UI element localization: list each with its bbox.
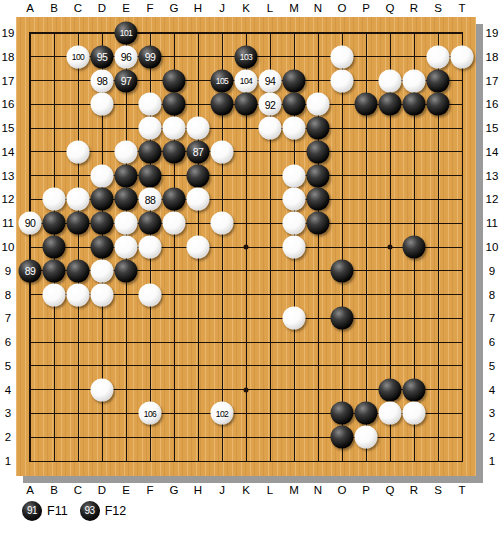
row-label-left-8: 8 [5,289,11,301]
col-label-bottom-B: B [50,484,58,496]
row-label-right-12: 12 [486,193,499,205]
go-kifu-diagram: 91F1193F12 AABBCCDDEEFFGGHHJJKKLLMMNNOOP… [0,0,500,537]
stone-S17 [427,69,450,92]
row-label-right-5: 5 [489,360,495,372]
col-label-bottom-A: A [26,484,34,496]
row-label-right-17: 17 [486,75,499,87]
stone-F11 [139,212,162,235]
row-label-right-16: 16 [486,98,499,110]
col-label-top-H: H [194,2,202,14]
move-number: 97 [121,75,132,86]
caption-move-number: 91 [27,506,37,516]
col-label-top-B: B [50,2,58,14]
stone-D13 [91,164,114,187]
row-label-right-18: 18 [486,51,499,63]
row-label-left-1: 1 [5,455,11,467]
stone-C11 [67,212,90,235]
col-label-top-C: C [74,2,82,14]
stone-M13 [283,164,306,187]
stone-O2 [331,426,354,449]
stone-P16 [355,93,378,116]
col-label-top-J: J [219,2,225,14]
row-label-left-7: 7 [5,312,11,324]
row-label-left-9: 9 [5,265,11,277]
col-label-bottom-N: N [314,484,322,496]
row-label-right-1: 1 [489,455,495,467]
move-number: 105 [216,76,229,85]
move-number: 90 [25,218,36,229]
col-label-top-K: K [242,2,250,14]
stone-C8 [67,283,90,306]
stone-F15 [139,117,162,140]
stone-D16 [91,93,114,116]
stone-E9 [115,259,138,282]
stone-G16 [163,93,186,116]
stone-M16 [283,93,306,116]
col-label-top-N: N [314,2,322,14]
col-label-bottom-M: M [289,484,299,496]
col-label-bottom-D: D [98,484,106,496]
stone-E19: 101 [115,22,138,45]
stone-F13 [139,164,162,187]
stone-G15 [163,117,186,140]
row-label-left-13: 13 [2,170,15,182]
stone-O3 [331,402,354,425]
col-label-top-M: M [289,2,299,14]
stone-J17: 105 [211,69,234,92]
stone-H10 [187,236,210,259]
move-number: 96 [121,52,132,63]
col-label-bottom-F: F [146,484,153,496]
col-label-top-O: O [338,2,347,14]
stone-T18 [451,45,474,68]
col-label-top-T: T [458,2,465,14]
stone-N13 [307,164,330,187]
row-label-left-12: 12 [2,193,15,205]
stone-Q3 [379,402,402,425]
stone-O18 [331,45,354,68]
stone-D18: 95 [91,45,114,68]
move-number: 100 [72,53,85,62]
stone-G17 [163,69,186,92]
stone-D10 [91,236,114,259]
stone-G12 [163,188,186,211]
stone-B10 [43,236,66,259]
stone-R3 [403,402,426,425]
caption-point-label: F12 [105,504,127,518]
hoshi-point-K10 [244,245,249,250]
row-label-right-15: 15 [486,122,499,134]
stone-B11 [43,212,66,235]
row-label-left-17: 17 [2,75,15,87]
row-label-right-11: 11 [486,217,498,229]
col-label-bottom-O: O [338,484,347,496]
stone-B12 [43,188,66,211]
row-label-left-10: 10 [2,241,15,253]
col-label-bottom-J: J [219,484,225,496]
row-label-left-15: 15 [2,122,15,134]
stone-M15 [283,117,306,140]
stone-L17: 94 [259,69,282,92]
col-label-bottom-S: S [434,484,442,496]
stone-E13 [115,164,138,187]
col-label-top-A: A [26,2,34,14]
col-label-bottom-E: E [122,484,130,496]
stone-M10 [283,236,306,259]
stone-E11 [115,212,138,235]
col-label-bottom-G: G [170,484,179,496]
stone-K18: 103 [235,45,258,68]
row-label-left-11: 11 [2,217,14,229]
move-number: 88 [145,194,156,205]
stone-O17 [331,69,354,92]
stone-R10 [403,236,426,259]
stone-J14 [211,140,234,163]
move-caption: 91F1193F12 [22,500,138,522]
move-number: 95 [97,52,108,63]
stone-M12 [283,188,306,211]
row-label-right-7: 7 [489,312,495,324]
caption-stone-93: 93 [80,501,100,521]
row-label-right-13: 13 [486,170,499,182]
row-label-right-10: 10 [486,241,499,253]
row-label-left-3: 3 [5,407,11,419]
caption-move-number: 93 [85,506,95,516]
col-label-bottom-L: L [267,484,273,496]
stone-F16 [139,93,162,116]
col-label-bottom-C: C [74,484,82,496]
stone-H14: 87 [187,140,210,163]
stone-N14 [307,140,330,163]
stone-F8 [139,283,162,306]
row-label-left-14: 14 [2,146,15,158]
stone-C12 [67,188,90,211]
stone-R4 [403,378,426,401]
stone-F3: 106 [139,402,162,425]
stone-K17: 104 [235,69,258,92]
stone-E18: 96 [115,45,138,68]
move-number: 102 [216,409,229,418]
row-label-right-14: 14 [486,146,499,158]
stone-F12: 88 [139,188,162,211]
stone-C18: 100 [67,45,90,68]
stone-F14 [139,140,162,163]
stone-S18 [427,45,450,68]
col-label-bottom-H: H [194,484,202,496]
stone-B8 [43,283,66,306]
stone-J11 [211,212,234,235]
stone-Q16 [379,93,402,116]
stone-M17 [283,69,306,92]
stone-A9: 89 [19,259,42,282]
row-label-left-5: 5 [5,360,11,372]
col-label-bottom-R: R [410,484,418,496]
col-label-bottom-K: K [242,484,250,496]
stone-F18: 99 [139,45,162,68]
row-label-left-16: 16 [2,98,15,110]
stone-P3 [355,402,378,425]
col-label-top-R: R [410,2,418,14]
stone-H15 [187,117,210,140]
stone-E10 [115,236,138,259]
stone-J16 [211,93,234,116]
stone-F10 [139,236,162,259]
stone-P2 [355,426,378,449]
move-number: 106 [144,409,157,418]
stone-N16 [307,93,330,116]
col-label-bottom-T: T [458,484,465,496]
stone-E12 [115,188,138,211]
move-number: 98 [97,75,108,86]
stone-L16: 92 [259,93,282,116]
stone-R16 [403,93,426,116]
stone-K16 [235,93,258,116]
move-number: 103 [240,53,253,62]
hoshi-point-K4 [244,387,249,392]
row-label-right-6: 6 [489,336,495,348]
row-label-right-19: 19 [486,27,499,39]
row-label-right-9: 9 [489,265,495,277]
col-label-top-L: L [267,2,273,14]
stone-M7 [283,307,306,330]
move-number: 104 [240,76,253,85]
row-label-left-6: 6 [5,336,11,348]
stone-O7 [331,307,354,330]
row-label-left-4: 4 [5,384,11,396]
col-label-top-P: P [362,2,370,14]
stone-D4 [91,378,114,401]
row-label-right-8: 8 [489,289,495,301]
stone-H13 [187,164,210,187]
stone-R17 [403,69,426,92]
hoshi-point-Q10 [388,245,393,250]
col-label-top-E: E [122,2,130,14]
stone-Q17 [379,69,402,92]
stone-G11 [163,212,186,235]
stone-B9 [43,259,66,282]
row-label-right-2: 2 [489,431,495,443]
move-number: 94 [265,75,276,86]
stone-G14 [163,140,186,163]
row-label-left-19: 19 [2,27,15,39]
stone-S16 [427,93,450,116]
col-label-top-G: G [170,2,179,14]
move-number: 99 [145,52,156,63]
move-number: 101 [120,29,133,38]
stone-D12 [91,188,114,211]
col-label-top-F: F [146,2,153,14]
stone-N11 [307,212,330,235]
stone-O9 [331,259,354,282]
col-label-top-D: D [98,2,106,14]
stone-N15 [307,117,330,140]
row-label-left-2: 2 [5,431,11,443]
stone-C9 [67,259,90,282]
stone-J3: 102 [211,402,234,425]
stone-A11: 90 [19,212,42,235]
stone-Q4 [379,378,402,401]
row-label-right-3: 3 [489,407,495,419]
row-label-right-4: 4 [489,384,495,396]
stone-M11 [283,212,306,235]
move-number: 89 [25,266,36,277]
caption-stone-91: 91 [22,501,42,521]
stone-E17: 97 [115,69,138,92]
row-label-left-18: 18 [2,51,15,63]
stone-N12 [307,188,330,211]
stone-L15 [259,117,282,140]
col-label-top-S: S [434,2,442,14]
col-label-bottom-Q: Q [386,484,395,496]
stone-D8 [91,283,114,306]
stone-E14 [115,140,138,163]
caption-point-label: F11 [47,504,68,518]
move-number: 87 [193,147,204,158]
stone-C14 [67,140,90,163]
col-label-top-Q: Q [386,2,395,14]
stone-D17: 98 [91,69,114,92]
stone-H12 [187,188,210,211]
stone-D9 [91,259,114,282]
stone-D11 [91,212,114,235]
col-label-bottom-P: P [362,484,370,496]
move-number: 92 [265,99,276,110]
